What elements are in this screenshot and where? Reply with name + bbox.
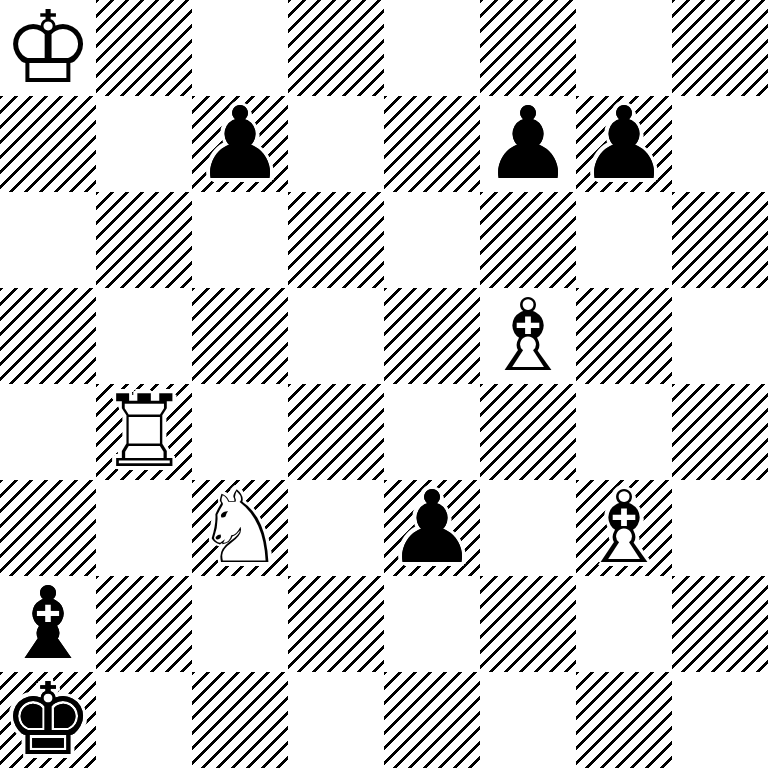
chess-board: ♚♔♟♟♟♟♟♟♝♗♜♖♞♘♟♟♝♗♝♝♚♚ bbox=[0, 0, 768, 768]
square-h2[interactable] bbox=[672, 576, 768, 672]
square-f7[interactable]: ♟♟ bbox=[480, 96, 576, 192]
square-f6[interactable] bbox=[480, 192, 576, 288]
black-king-piece-fill: ♚ bbox=[0, 672, 96, 768]
square-d4[interactable] bbox=[288, 384, 384, 480]
white-bishop-piece-fill: ♝ bbox=[480, 288, 576, 384]
black-pawn-piece-fill: ♟ bbox=[480, 96, 576, 192]
black-pawn-piece-fill: ♟ bbox=[192, 96, 288, 192]
white-bishop-piece: ♗ bbox=[480, 288, 576, 384]
square-f4[interactable] bbox=[480, 384, 576, 480]
square-e2[interactable] bbox=[384, 576, 480, 672]
square-a2[interactable]: ♝♝ bbox=[0, 576, 96, 672]
square-b5[interactable] bbox=[96, 288, 192, 384]
square-e1[interactable] bbox=[384, 672, 480, 768]
square-b3[interactable] bbox=[96, 480, 192, 576]
square-f1[interactable] bbox=[480, 672, 576, 768]
black-bishop-piece: ♝ bbox=[0, 576, 96, 672]
square-c3[interactable]: ♞♘ bbox=[192, 480, 288, 576]
square-f3[interactable] bbox=[480, 480, 576, 576]
square-e3[interactable]: ♟♟ bbox=[384, 480, 480, 576]
square-b2[interactable] bbox=[96, 576, 192, 672]
white-king-piece-fill: ♚ bbox=[0, 0, 96, 96]
square-g3[interactable]: ♝♗ bbox=[576, 480, 672, 576]
square-c5[interactable] bbox=[192, 288, 288, 384]
white-rook-piece: ♖ bbox=[96, 384, 192, 480]
square-h8[interactable] bbox=[672, 0, 768, 96]
square-b1[interactable] bbox=[96, 672, 192, 768]
square-g8[interactable] bbox=[576, 0, 672, 96]
square-g4[interactable] bbox=[576, 384, 672, 480]
square-h3[interactable] bbox=[672, 480, 768, 576]
square-h6[interactable] bbox=[672, 192, 768, 288]
square-d5[interactable] bbox=[288, 288, 384, 384]
square-d7[interactable] bbox=[288, 96, 384, 192]
square-c8[interactable] bbox=[192, 0, 288, 96]
square-c7[interactable]: ♟♟ bbox=[192, 96, 288, 192]
square-d1[interactable] bbox=[288, 672, 384, 768]
square-h5[interactable] bbox=[672, 288, 768, 384]
black-king-piece: ♚ bbox=[0, 672, 96, 768]
white-rook-piece-fill: ♜ bbox=[96, 384, 192, 480]
square-f5[interactable]: ♝♗ bbox=[480, 288, 576, 384]
square-c6[interactable] bbox=[192, 192, 288, 288]
square-a8[interactable]: ♚♔ bbox=[0, 0, 96, 96]
square-h1[interactable] bbox=[672, 672, 768, 768]
white-knight-piece: ♘ bbox=[192, 480, 288, 576]
square-f2[interactable] bbox=[480, 576, 576, 672]
square-d3[interactable] bbox=[288, 480, 384, 576]
white-knight-piece-fill: ♞ bbox=[192, 480, 288, 576]
square-e7[interactable] bbox=[384, 96, 480, 192]
black-pawn-piece: ♟ bbox=[192, 96, 288, 192]
square-c4[interactable] bbox=[192, 384, 288, 480]
square-e8[interactable] bbox=[384, 0, 480, 96]
square-c2[interactable] bbox=[192, 576, 288, 672]
black-pawn-piece: ♟ bbox=[384, 480, 480, 576]
black-pawn-piece: ♟ bbox=[576, 96, 672, 192]
square-b7[interactable] bbox=[96, 96, 192, 192]
square-d8[interactable] bbox=[288, 0, 384, 96]
square-g2[interactable] bbox=[576, 576, 672, 672]
black-pawn-piece-fill: ♟ bbox=[576, 96, 672, 192]
square-a5[interactable] bbox=[0, 288, 96, 384]
square-g5[interactable] bbox=[576, 288, 672, 384]
square-g1[interactable] bbox=[576, 672, 672, 768]
square-f8[interactable] bbox=[480, 0, 576, 96]
black-pawn-piece: ♟ bbox=[480, 96, 576, 192]
square-b4[interactable]: ♜♖ bbox=[96, 384, 192, 480]
square-a1[interactable]: ♚♚ bbox=[0, 672, 96, 768]
square-a4[interactable] bbox=[0, 384, 96, 480]
square-d2[interactable] bbox=[288, 576, 384, 672]
square-c1[interactable] bbox=[192, 672, 288, 768]
square-a6[interactable] bbox=[0, 192, 96, 288]
square-h4[interactable] bbox=[672, 384, 768, 480]
black-bishop-piece-fill: ♝ bbox=[0, 576, 96, 672]
square-a7[interactable] bbox=[0, 96, 96, 192]
black-pawn-piece-fill: ♟ bbox=[384, 480, 480, 576]
square-h7[interactable] bbox=[672, 96, 768, 192]
square-g7[interactable]: ♟♟ bbox=[576, 96, 672, 192]
square-e4[interactable] bbox=[384, 384, 480, 480]
square-g6[interactable] bbox=[576, 192, 672, 288]
square-e5[interactable] bbox=[384, 288, 480, 384]
square-b8[interactable] bbox=[96, 0, 192, 96]
square-b6[interactable] bbox=[96, 192, 192, 288]
white-bishop-piece-fill: ♝ bbox=[576, 480, 672, 576]
square-e6[interactable] bbox=[384, 192, 480, 288]
square-d6[interactable] bbox=[288, 192, 384, 288]
white-bishop-piece: ♗ bbox=[576, 480, 672, 576]
square-a3[interactable] bbox=[0, 480, 96, 576]
white-king-piece: ♔ bbox=[0, 0, 96, 96]
